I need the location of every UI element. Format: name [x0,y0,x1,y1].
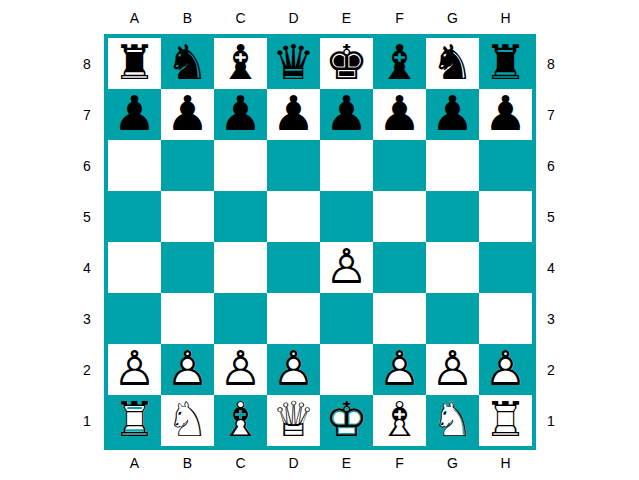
black-pawn: ♟ [161,89,214,140]
black-bishop: ♝ [373,38,426,89]
square-d8[interactable]: ♛ [267,38,320,89]
black-pawn-fill: ♟ [272,89,315,137]
white-pawn-fill: ♟ [378,344,421,392]
black-pawn: ♟ [373,89,426,140]
square-f2[interactable]: ♟♙ [373,344,426,395]
black-knight: ♞ [426,38,479,89]
square-h8[interactable]: ♜ [479,38,532,89]
rank-label-3-left: 3 [76,293,98,344]
square-g8[interactable]: ♞ [426,38,479,89]
white-knight-fill: ♞ [431,395,474,443]
square-b6[interactable] [161,140,214,191]
square-c7[interactable]: ♟ [214,89,267,140]
white-pawn: ♟♙ [161,344,214,395]
square-e6[interactable] [320,140,373,191]
square-a7[interactable]: ♟ [108,89,161,140]
white-rook: ♜♖ [479,395,532,446]
white-bishop-outline: ♗ [378,395,421,443]
square-b4[interactable] [161,242,214,293]
black-king-fill: ♚ [325,38,368,86]
black-pawn-fill: ♟ [431,89,474,137]
square-c2[interactable]: ♟♙ [214,344,267,395]
black-bishop-fill: ♝ [378,38,421,86]
square-e7[interactable]: ♟ [320,89,373,140]
white-pawn: ♟♙ [373,344,426,395]
rank-label-7-right: 7 [540,89,562,140]
rank-label-6-right: 6 [540,140,562,191]
file-label-c-top: C [214,8,267,28]
white-queen-fill: ♛ [272,395,315,443]
square-d2[interactable]: ♟♙ [267,344,320,395]
white-king-outline: ♔ [325,395,368,443]
white-pawn-fill: ♟ [325,242,368,290]
square-f8[interactable]: ♝ [373,38,426,89]
black-pawn-fill: ♟ [113,89,156,137]
square-h5[interactable] [479,191,532,242]
square-f1[interactable]: ♝♗ [373,395,426,446]
file-labels-bottom: ABCDEFGH [108,453,532,473]
black-pawn: ♟ [479,89,532,140]
file-label-d-top: D [267,8,320,28]
white-pawn-fill: ♟ [431,344,474,392]
square-h3[interactable] [479,293,532,344]
board: ♜♞♝♛♚♝♞♜♟♟♟♟♟♟♟♟♟♙♟♙♟♙♟♙♟♙♟♙♟♙♟♙♜♖♞♘♝♗♛♕… [104,34,536,450]
white-rook-fill: ♜ [484,395,527,443]
black-pawn: ♟ [267,89,320,140]
white-pawn: ♟♙ [426,344,479,395]
square-h2[interactable]: ♟♙ [479,344,532,395]
square-c8[interactable]: ♝ [214,38,267,89]
white-bishop: ♝♗ [214,395,267,446]
square-h6[interactable] [479,140,532,191]
file-label-b-bottom: B [161,453,214,473]
white-pawn-outline: ♙ [166,344,209,392]
rank-label-8-left: 8 [76,38,98,89]
white-bishop-fill: ♝ [219,395,262,443]
rank-label-5-right: 5 [540,191,562,242]
rank-label-2-right: 2 [540,344,562,395]
white-knight-outline: ♘ [166,395,209,443]
white-pawn-outline: ♙ [113,344,156,392]
square-d6[interactable] [267,140,320,191]
black-rook-fill: ♜ [113,38,156,86]
white-rook-fill: ♜ [113,395,156,443]
white-rook-outline: ♖ [484,395,527,443]
white-queen: ♛♕ [267,395,320,446]
white-pawn-fill: ♟ [219,344,262,392]
square-e2[interactable] [320,344,373,395]
file-label-h-bottom: H [479,453,532,473]
white-king-fill: ♚ [325,395,368,443]
file-label-c-bottom: C [214,453,267,473]
square-h7[interactable]: ♟ [479,89,532,140]
black-rook-fill: ♜ [484,38,527,86]
white-knight: ♞♘ [426,395,479,446]
square-d3[interactable] [267,293,320,344]
black-pawn: ♟ [108,89,161,140]
rank-label-2-left: 2 [76,344,98,395]
square-a6[interactable] [108,140,161,191]
square-g3[interactable] [426,293,479,344]
file-label-a-top: A [108,8,161,28]
white-pawn: ♟♙ [267,344,320,395]
rank-label-1-left: 1 [76,395,98,446]
square-c5[interactable] [214,191,267,242]
black-rook: ♜ [108,38,161,89]
square-b8[interactable]: ♞ [161,38,214,89]
square-a8[interactable]: ♜ [108,38,161,89]
black-pawn: ♟ [214,89,267,140]
square-c4[interactable] [214,242,267,293]
file-label-h-top: H [479,8,532,28]
black-pawn: ♟ [320,89,373,140]
black-queen-fill: ♛ [272,38,315,86]
square-e1[interactable]: ♚♔ [320,395,373,446]
square-f3[interactable] [373,293,426,344]
white-knight-fill: ♞ [166,395,209,443]
black-knight: ♞ [161,38,214,89]
rank-label-6-left: 6 [76,140,98,191]
square-e8[interactable]: ♚ [320,38,373,89]
rank-label-7-left: 7 [76,89,98,140]
square-g7[interactable]: ♟ [426,89,479,140]
square-b2[interactable]: ♟♙ [161,344,214,395]
rank-label-8-right: 8 [540,38,562,89]
white-bishop: ♝♗ [373,395,426,446]
square-c3[interactable] [214,293,267,344]
square-f5[interactable] [373,191,426,242]
square-a4[interactable] [108,242,161,293]
rank-label-4-right: 4 [540,242,562,293]
white-rook-outline: ♖ [113,395,156,443]
square-b3[interactable] [161,293,214,344]
square-e3[interactable] [320,293,373,344]
square-c1[interactable]: ♝♗ [214,395,267,446]
square-d7[interactable]: ♟ [267,89,320,140]
white-pawn-outline: ♙ [484,344,527,392]
white-pawn-outline: ♙ [378,344,421,392]
file-label-e-bottom: E [320,453,373,473]
black-knight-fill: ♞ [166,38,209,86]
square-f4[interactable] [373,242,426,293]
file-label-d-bottom: D [267,453,320,473]
white-pawn: ♟♙ [108,344,161,395]
square-d1[interactable]: ♛♕ [267,395,320,446]
square-g4[interactable] [426,242,479,293]
file-label-g-bottom: G [426,453,479,473]
black-pawn: ♟ [426,89,479,140]
white-king: ♚♔ [320,395,373,446]
square-g2[interactable]: ♟♙ [426,344,479,395]
black-pawn-fill: ♟ [484,89,527,137]
rank-labels-left: 87654321 [76,38,98,446]
white-pawn-fill: ♟ [166,344,209,392]
black-king: ♚ [320,38,373,89]
rank-labels-right: 87654321 [540,38,562,446]
white-pawn-fill: ♟ [484,344,527,392]
file-labels-top: ABCDEFGH [108,8,532,28]
square-d4[interactable] [267,242,320,293]
file-label-b-top: B [161,8,214,28]
white-pawn: ♟♙ [479,344,532,395]
black-rook: ♜ [479,38,532,89]
white-pawn-outline: ♙ [219,344,262,392]
square-a5[interactable] [108,191,161,242]
square-h4[interactable] [479,242,532,293]
square-g6[interactable] [426,140,479,191]
black-pawn-fill: ♟ [219,89,262,137]
white-queen-outline: ♕ [272,395,315,443]
square-a2[interactable]: ♟♙ [108,344,161,395]
chess-diagram: ABCDEFGH ABCDEFGH 87654321 87654321 ♜♞♝♛… [0,0,639,480]
square-b1[interactable]: ♞♘ [161,395,214,446]
white-pawn-outline: ♙ [325,242,368,290]
black-pawn-fill: ♟ [325,89,368,137]
file-label-f-bottom: F [373,453,426,473]
white-knight: ♞♘ [161,395,214,446]
square-d5[interactable] [267,191,320,242]
rank-label-4-left: 4 [76,242,98,293]
square-h1[interactable]: ♜♖ [479,395,532,446]
square-c6[interactable] [214,140,267,191]
rank-label-5-left: 5 [76,191,98,242]
white-rook: ♜♖ [108,395,161,446]
rank-label-3-right: 3 [540,293,562,344]
square-g1[interactable]: ♞♘ [426,395,479,446]
white-pawn: ♟♙ [214,344,267,395]
white-knight-outline: ♘ [431,395,474,443]
white-pawn: ♟♙ [320,242,373,293]
square-b7[interactable]: ♟ [161,89,214,140]
white-pawn-outline: ♙ [272,344,315,392]
square-f7[interactable]: ♟ [373,89,426,140]
white-pawn-fill: ♟ [272,344,315,392]
white-pawn-outline: ♙ [431,344,474,392]
square-b5[interactable] [161,191,214,242]
black-bishop: ♝ [214,38,267,89]
file-label-a-bottom: A [108,453,161,473]
square-a1[interactable]: ♜♖ [108,395,161,446]
square-a3[interactable] [108,293,161,344]
square-f6[interactable] [373,140,426,191]
black-queen: ♛ [267,38,320,89]
square-e5[interactable] [320,191,373,242]
white-bishop-outline: ♗ [219,395,262,443]
square-e4[interactable]: ♟♙ [320,242,373,293]
file-label-f-top: F [373,8,426,28]
black-bishop-fill: ♝ [219,38,262,86]
rank-label-1-right: 1 [540,395,562,446]
black-pawn-fill: ♟ [166,89,209,137]
file-label-g-top: G [426,8,479,28]
white-pawn-fill: ♟ [113,344,156,392]
black-knight-fill: ♞ [431,38,474,86]
black-pawn-fill: ♟ [378,89,421,137]
white-bishop-fill: ♝ [378,395,421,443]
file-label-e-top: E [320,8,373,28]
square-g5[interactable] [426,191,479,242]
